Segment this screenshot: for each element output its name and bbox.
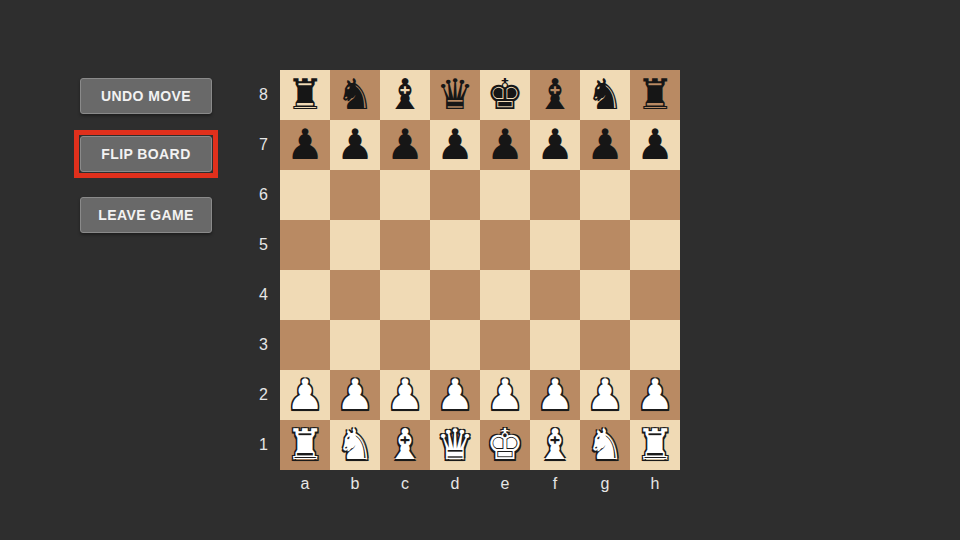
piece-black-pawn: ♟ bbox=[486, 124, 524, 166]
piece-white-pawn: ♟ bbox=[286, 374, 324, 416]
file-label-b: b bbox=[330, 471, 380, 497]
square-a3[interactable] bbox=[280, 320, 330, 370]
piece-black-bishop: ♝ bbox=[386, 74, 424, 116]
file-label-f: f bbox=[530, 471, 580, 497]
square-g2[interactable]: ♟ bbox=[580, 370, 630, 420]
rank-label-1: 1 bbox=[236, 420, 274, 470]
piece-black-pawn: ♟ bbox=[586, 124, 624, 166]
square-h7[interactable]: ♟ bbox=[630, 120, 680, 170]
square-f7[interactable]: ♟ bbox=[530, 120, 580, 170]
rank-label-4: 4 bbox=[236, 270, 274, 320]
piece-white-pawn: ♟ bbox=[436, 374, 474, 416]
square-b7[interactable]: ♟ bbox=[330, 120, 380, 170]
piece-white-pawn: ♟ bbox=[536, 374, 574, 416]
piece-white-pawn: ♟ bbox=[336, 374, 374, 416]
square-d4[interactable] bbox=[430, 270, 480, 320]
file-label-a: a bbox=[280, 471, 330, 497]
file-label-c: c bbox=[380, 471, 430, 497]
square-e5[interactable] bbox=[480, 220, 530, 270]
square-c1[interactable]: ♝ bbox=[380, 420, 430, 470]
square-b1[interactable]: ♞ bbox=[330, 420, 380, 470]
piece-white-pawn: ♟ bbox=[386, 374, 424, 416]
square-g3[interactable] bbox=[580, 320, 630, 370]
piece-black-pawn: ♟ bbox=[436, 124, 474, 166]
piece-white-bishop: ♝ bbox=[386, 424, 424, 466]
piece-white-pawn: ♟ bbox=[586, 374, 624, 416]
square-d6[interactable] bbox=[430, 170, 480, 220]
piece-black-rook: ♜ bbox=[636, 74, 674, 116]
rank-labels: 87654321 bbox=[236, 70, 274, 470]
square-c6[interactable] bbox=[380, 170, 430, 220]
square-b5[interactable] bbox=[330, 220, 380, 270]
square-d8[interactable]: ♛ bbox=[430, 70, 480, 120]
piece-black-knight: ♞ bbox=[336, 74, 374, 116]
square-a8[interactable]: ♜ bbox=[280, 70, 330, 120]
piece-white-knight: ♞ bbox=[336, 424, 374, 466]
chess-board: ♜♞♝♛♚♝♞♜♟♟♟♟♟♟♟♟♟♟♟♟♟♟♟♟♜♞♝♛♚♝♞♜ bbox=[280, 70, 680, 470]
piece-white-pawn: ♟ bbox=[636, 374, 674, 416]
square-g1[interactable]: ♞ bbox=[580, 420, 630, 470]
piece-black-queen: ♛ bbox=[436, 74, 474, 116]
square-d3[interactable] bbox=[430, 320, 480, 370]
piece-black-king: ♚ bbox=[486, 74, 524, 116]
square-f3[interactable] bbox=[530, 320, 580, 370]
square-g4[interactable] bbox=[580, 270, 630, 320]
square-h3[interactable] bbox=[630, 320, 680, 370]
square-e4[interactable] bbox=[480, 270, 530, 320]
square-e1[interactable]: ♚ bbox=[480, 420, 530, 470]
square-a5[interactable] bbox=[280, 220, 330, 270]
square-c8[interactable]: ♝ bbox=[380, 70, 430, 120]
square-d2[interactable]: ♟ bbox=[430, 370, 480, 420]
piece-white-queen: ♛ bbox=[436, 424, 474, 466]
piece-black-pawn: ♟ bbox=[286, 124, 324, 166]
square-e7[interactable]: ♟ bbox=[480, 120, 530, 170]
square-a1[interactable]: ♜ bbox=[280, 420, 330, 470]
square-f8[interactable]: ♝ bbox=[530, 70, 580, 120]
rank-label-7: 7 bbox=[236, 120, 274, 170]
undo-move-button[interactable]: UNDO MOVE bbox=[80, 78, 212, 114]
square-c7[interactable]: ♟ bbox=[380, 120, 430, 170]
square-c5[interactable] bbox=[380, 220, 430, 270]
square-d1[interactable]: ♛ bbox=[430, 420, 480, 470]
rank-label-2: 2 bbox=[236, 370, 274, 420]
square-f1[interactable]: ♝ bbox=[530, 420, 580, 470]
rank-label-5: 5 bbox=[236, 220, 274, 270]
square-g6[interactable] bbox=[580, 170, 630, 220]
flip-board-highlight-frame: FLIP BOARD bbox=[74, 130, 218, 178]
square-e2[interactable]: ♟ bbox=[480, 370, 530, 420]
leave-game-button[interactable]: LEAVE GAME bbox=[80, 197, 212, 233]
square-b2[interactable]: ♟ bbox=[330, 370, 380, 420]
file-label-d: d bbox=[430, 471, 480, 497]
app-background: UNDO MOVE FLIP BOARD LEAVE GAME 87654321… bbox=[0, 0, 960, 540]
piece-white-knight: ♞ bbox=[586, 424, 624, 466]
piece-black-pawn: ♟ bbox=[336, 124, 374, 166]
square-b6[interactable] bbox=[330, 170, 380, 220]
square-a7[interactable]: ♟ bbox=[280, 120, 330, 170]
piece-black-rook: ♜ bbox=[286, 74, 324, 116]
square-d5[interactable] bbox=[430, 220, 480, 270]
square-e6[interactable] bbox=[480, 170, 530, 220]
flip-board-button[interactable]: FLIP BOARD bbox=[80, 136, 212, 172]
file-label-e: e bbox=[480, 471, 530, 497]
piece-white-pawn: ♟ bbox=[486, 374, 524, 416]
square-h1[interactable]: ♜ bbox=[630, 420, 680, 470]
square-f6[interactable] bbox=[530, 170, 580, 220]
square-b8[interactable]: ♞ bbox=[330, 70, 380, 120]
square-f2[interactable]: ♟ bbox=[530, 370, 580, 420]
piece-white-rook: ♜ bbox=[286, 424, 324, 466]
piece-black-pawn: ♟ bbox=[386, 124, 424, 166]
square-e3[interactable] bbox=[480, 320, 530, 370]
square-b3[interactable] bbox=[330, 320, 380, 370]
piece-white-bishop: ♝ bbox=[536, 424, 574, 466]
square-b4[interactable] bbox=[330, 270, 380, 320]
square-d7[interactable]: ♟ bbox=[430, 120, 480, 170]
piece-white-rook: ♜ bbox=[636, 424, 674, 466]
square-c3[interactable] bbox=[380, 320, 430, 370]
piece-black-pawn: ♟ bbox=[636, 124, 674, 166]
square-f4[interactable] bbox=[530, 270, 580, 320]
square-h6[interactable] bbox=[630, 170, 680, 220]
rank-label-6: 6 bbox=[236, 170, 274, 220]
square-a6[interactable] bbox=[280, 170, 330, 220]
square-h4[interactable] bbox=[630, 270, 680, 320]
square-e8[interactable]: ♚ bbox=[480, 70, 530, 120]
square-c4[interactable] bbox=[380, 270, 430, 320]
square-c2[interactable]: ♟ bbox=[380, 370, 430, 420]
piece-black-pawn: ♟ bbox=[536, 124, 574, 166]
square-h8[interactable]: ♜ bbox=[630, 70, 680, 120]
piece-black-bishop: ♝ bbox=[536, 74, 574, 116]
rank-label-3: 3 bbox=[236, 320, 274, 370]
square-g5[interactable] bbox=[580, 220, 630, 270]
file-labels: abcdefgh bbox=[280, 471, 680, 497]
piece-white-king: ♚ bbox=[486, 424, 524, 466]
file-label-h: h bbox=[630, 471, 680, 497]
square-a2[interactable]: ♟ bbox=[280, 370, 330, 420]
square-h2[interactable]: ♟ bbox=[630, 370, 680, 420]
file-label-g: g bbox=[580, 471, 630, 497]
square-g8[interactable]: ♞ bbox=[580, 70, 630, 120]
piece-black-knight: ♞ bbox=[586, 74, 624, 116]
square-f5[interactable] bbox=[530, 220, 580, 270]
square-h5[interactable] bbox=[630, 220, 680, 270]
rank-label-8: 8 bbox=[236, 70, 274, 120]
square-g7[interactable]: ♟ bbox=[580, 120, 630, 170]
square-a4[interactable] bbox=[280, 270, 330, 320]
